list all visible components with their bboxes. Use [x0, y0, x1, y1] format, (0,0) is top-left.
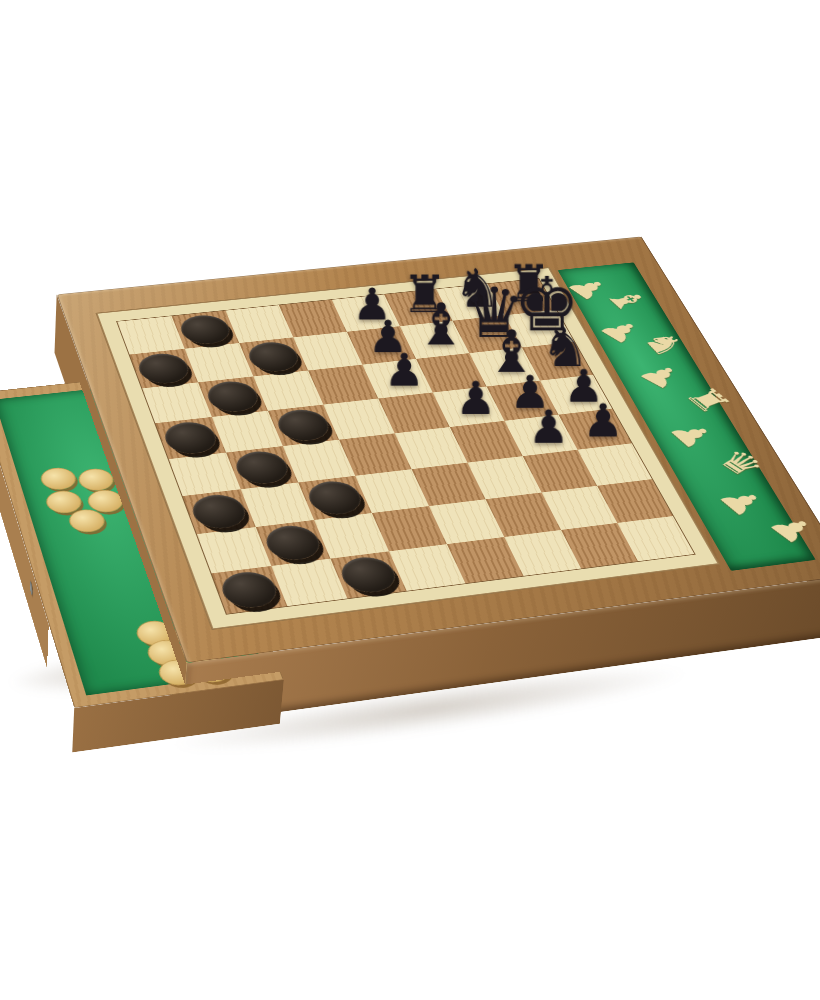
light-checker	[66, 508, 108, 534]
dark-checker	[217, 569, 282, 610]
white-pawn-lying: ♟	[662, 417, 723, 453]
product-photo-scene: ♟♝♟♞♟♜♟♛♟♟ ♟♜♞♜♟♝♛♚♟♝♞♟♟♟♟♟	[0, 0, 820, 1000]
light-checker	[75, 467, 116, 492]
dark-checker	[303, 479, 366, 517]
dark-checker	[188, 492, 251, 531]
dark-checker	[261, 523, 325, 563]
dark-checker	[231, 449, 293, 486]
light-checker	[43, 489, 85, 515]
dark-checker	[160, 420, 221, 456]
black-pawn: ♟	[508, 404, 588, 450]
games-box: ♟♝♟♞♟♜♟♛♟♟ ♟♜♞♜♟♝♛♚♟♝♞♟♟♟♟♟	[57, 237, 820, 663]
drawer-knob	[30, 579, 33, 598]
light-checker	[38, 466, 79, 491]
dark-checker	[336, 555, 402, 596]
white-pawn-lying: ♟	[632, 358, 690, 394]
